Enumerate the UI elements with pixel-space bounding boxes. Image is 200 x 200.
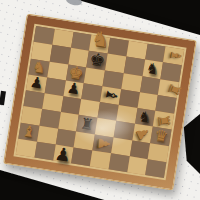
- white-bishop-lying-on-frame[interactable]: ♝: [169, 48, 185, 63]
- black-knight[interactable]: ♞: [145, 61, 161, 78]
- black-pawn[interactable]: ♟: [29, 75, 45, 92]
- white-queen[interactable]: ♛: [153, 128, 169, 145]
- black-rook[interactable]: ♜: [79, 116, 95, 133]
- black-pawn[interactable]: ♟: [66, 81, 82, 98]
- black-pawn[interactable]: ♟: [54, 146, 73, 166]
- square-h1[interactable]: [145, 159, 166, 178]
- board-grid: ♞♚♞♞♚♟♟♝♞♜♜♟♛♝♟♟: [16, 26, 184, 178]
- white-bishop[interactable]: ♝: [21, 123, 37, 140]
- board-playing-area: ♞♚♞♞♚♟♟♝♞♜♜♟♛♝♟♟: [13, 24, 186, 180]
- black-bishop-fallen[interactable]: ♝: [102, 87, 120, 104]
- photo-scene: ♞♚♞♞♚♟♟♝♞♜♜♟♛♝♟♟ ♝♜: [0, 0, 200, 200]
- chess-board[interactable]: ♞♚♞♞♚♟♟♝♞♜♜♟♛♝♟♟ ♝♜: [3, 13, 197, 190]
- white-pawn-fallen[interactable]: ♟: [95, 136, 111, 150]
